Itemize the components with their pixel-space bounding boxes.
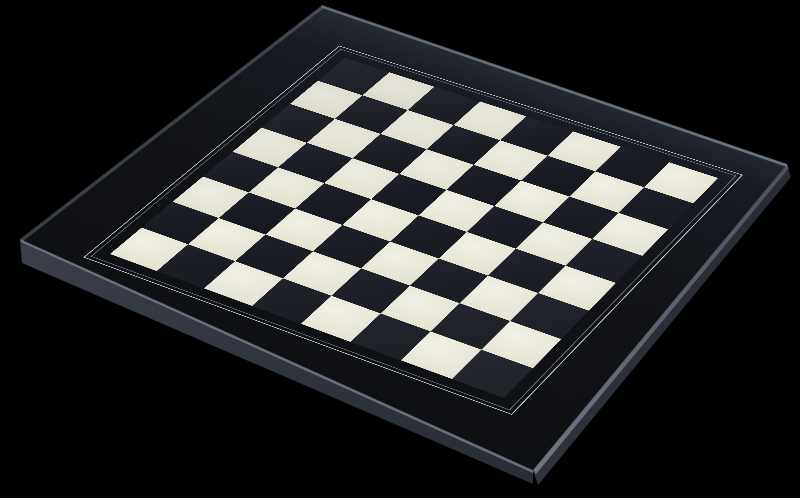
scene xyxy=(0,0,800,498)
chessboard xyxy=(110,58,718,398)
